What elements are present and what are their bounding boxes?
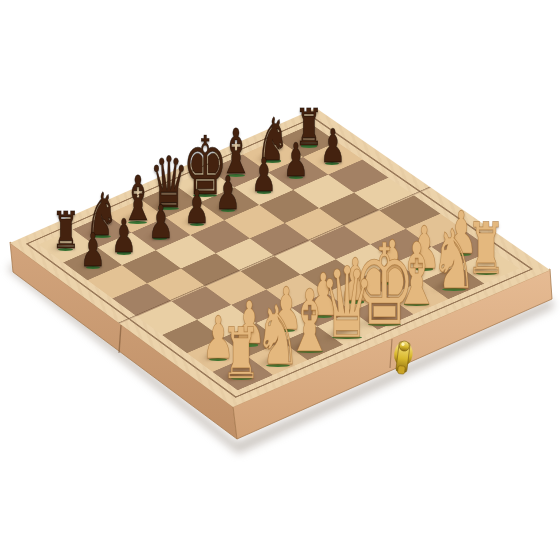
chess-set-photo: ♜♞♝♛♚♝♞♜♟♟♟♟♟♟♟♟♟♟♟♟♟♟♟♟♜♞♝♛♚♝♞♜ xyxy=(0,0,560,560)
piece-black-pawn-d7[interactable]: ♟ xyxy=(184,184,210,230)
piece-black-pawn-h7[interactable]: ♟ xyxy=(319,123,345,169)
piece-black-pawn-b7[interactable]: ♟ xyxy=(111,213,137,259)
piece-black-pawn-e7[interactable]: ♟ xyxy=(215,170,241,216)
piece-white-rook-a1[interactable]: ♜ xyxy=(222,318,262,389)
piece-black-pawn-f7[interactable]: ♟ xyxy=(251,152,277,198)
piece-black-pawn-a7[interactable]: ♟ xyxy=(80,227,106,273)
piece-black-rook-a8[interactable]: ♜ xyxy=(51,205,80,256)
piece-black-pawn-g7[interactable]: ♟ xyxy=(283,137,309,183)
piece-white-knight-b1[interactable]: ♞ xyxy=(255,295,301,377)
piece-black-pawn-c7[interactable]: ♟ xyxy=(148,199,174,245)
pieces-layer: ♜♞♝♛♚♝♞♜♟♟♟♟♟♟♟♟♟♟♟♟♟♟♟♟♜♞♝♛♚♝♞♜ xyxy=(0,0,560,560)
